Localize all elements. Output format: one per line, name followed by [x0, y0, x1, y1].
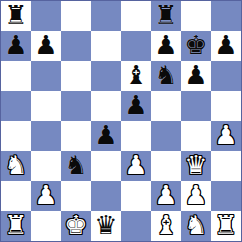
- square-b7[interactable]: ♟: [31, 31, 61, 61]
- square-a8[interactable]: ♜: [1, 1, 31, 31]
- square-e4[interactable]: [121, 121, 151, 151]
- square-h8[interactable]: [211, 1, 241, 31]
- square-g3[interactable]: ♛: [181, 151, 211, 181]
- square-c5[interactable]: [61, 91, 91, 121]
- square-a4[interactable]: [1, 121, 31, 151]
- black-pawn: ♟: [184, 62, 207, 88]
- square-f6[interactable]: ♞: [151, 61, 181, 91]
- square-a2[interactable]: [1, 181, 31, 211]
- square-c8[interactable]: [61, 1, 91, 31]
- white-bishop: ♝: [154, 212, 177, 238]
- white-pawn: ♟: [184, 182, 207, 208]
- square-h7[interactable]: ♟: [211, 31, 241, 61]
- square-e2[interactable]: [121, 181, 151, 211]
- black-knight: ♞: [154, 62, 177, 88]
- black-pawn: ♟: [214, 32, 237, 58]
- square-f7[interactable]: ♟: [151, 31, 181, 61]
- white-rook: ♜: [214, 212, 237, 238]
- square-b1[interactable]: [31, 211, 61, 241]
- black-pawn: ♟: [34, 32, 57, 58]
- black-rook: ♜: [4, 2, 27, 28]
- chess-board-frame: ♜♜♟♟♟♚♟♝♞♟♟♟♟♞♞♟♛♟♟♟♜♚♛♝♞♜: [0, 0, 242, 242]
- square-a3[interactable]: ♞: [1, 151, 31, 181]
- square-g2[interactable]: ♟: [181, 181, 211, 211]
- square-d2[interactable]: [91, 181, 121, 211]
- square-f2[interactable]: ♟: [151, 181, 181, 211]
- square-b5[interactable]: [31, 91, 61, 121]
- square-f5[interactable]: [151, 91, 181, 121]
- white-rook: ♜: [4, 212, 27, 238]
- black-bishop: ♝: [124, 62, 147, 88]
- square-c1[interactable]: ♚: [61, 211, 91, 241]
- square-d3[interactable]: [91, 151, 121, 181]
- square-h1[interactable]: ♜: [211, 211, 241, 241]
- square-d4[interactable]: ♟: [91, 121, 121, 151]
- square-e6[interactable]: ♝: [121, 61, 151, 91]
- square-c4[interactable]: [61, 121, 91, 151]
- square-f4[interactable]: [151, 121, 181, 151]
- square-c2[interactable]: [61, 181, 91, 211]
- white-pawn: ♟: [154, 182, 177, 208]
- white-knight: ♞: [184, 212, 207, 238]
- white-knight: ♞: [4, 152, 27, 178]
- square-h5[interactable]: [211, 91, 241, 121]
- black-pawn: ♟: [94, 122, 117, 148]
- square-g1[interactable]: ♞: [181, 211, 211, 241]
- square-e1[interactable]: [121, 211, 151, 241]
- square-a6[interactable]: [1, 61, 31, 91]
- square-h3[interactable]: [211, 151, 241, 181]
- square-h6[interactable]: [211, 61, 241, 91]
- black-rook: ♜: [154, 2, 177, 28]
- square-b8[interactable]: [31, 1, 61, 31]
- black-pawn: ♟: [154, 32, 177, 58]
- black-king: ♚: [184, 32, 207, 58]
- black-knight: ♞: [64, 152, 87, 178]
- square-a7[interactable]: ♟: [1, 31, 31, 61]
- white-pawn: ♟: [34, 182, 57, 208]
- square-d5[interactable]: [91, 91, 121, 121]
- black-pawn: ♟: [124, 92, 147, 118]
- square-g5[interactable]: [181, 91, 211, 121]
- square-a1[interactable]: ♜: [1, 211, 31, 241]
- square-e3[interactable]: ♟: [121, 151, 151, 181]
- square-b6[interactable]: [31, 61, 61, 91]
- square-d8[interactable]: [91, 1, 121, 31]
- square-g4[interactable]: [181, 121, 211, 151]
- square-f1[interactable]: ♝: [151, 211, 181, 241]
- square-e8[interactable]: [121, 1, 151, 31]
- white-queen: ♛: [184, 152, 207, 178]
- square-e7[interactable]: [121, 31, 151, 61]
- square-g7[interactable]: ♚: [181, 31, 211, 61]
- square-a5[interactable]: [1, 91, 31, 121]
- square-c7[interactable]: [61, 31, 91, 61]
- square-c6[interactable]: [61, 61, 91, 91]
- square-b4[interactable]: [31, 121, 61, 151]
- square-d1[interactable]: ♛: [91, 211, 121, 241]
- white-pawn: ♟: [124, 152, 147, 178]
- black-queen: ♛: [94, 212, 117, 238]
- square-e5[interactable]: ♟: [121, 91, 151, 121]
- square-d6[interactable]: [91, 61, 121, 91]
- white-king: ♚: [64, 212, 87, 238]
- square-c3[interactable]: ♞: [61, 151, 91, 181]
- square-b3[interactable]: [31, 151, 61, 181]
- square-f3[interactable]: [151, 151, 181, 181]
- square-h4[interactable]: ♟: [211, 121, 241, 151]
- square-g6[interactable]: ♟: [181, 61, 211, 91]
- square-d7[interactable]: [91, 31, 121, 61]
- square-h2[interactable]: [211, 181, 241, 211]
- white-pawn: ♟: [214, 122, 237, 148]
- black-pawn: ♟: [4, 32, 27, 58]
- square-b2[interactable]: ♟: [31, 181, 61, 211]
- chess-board: ♜♜♟♟♟♚♟♝♞♟♟♟♟♞♞♟♛♟♟♟♜♚♛♝♞♜: [1, 1, 241, 241]
- square-f8[interactable]: ♜: [151, 1, 181, 31]
- square-g8[interactable]: [181, 1, 211, 31]
